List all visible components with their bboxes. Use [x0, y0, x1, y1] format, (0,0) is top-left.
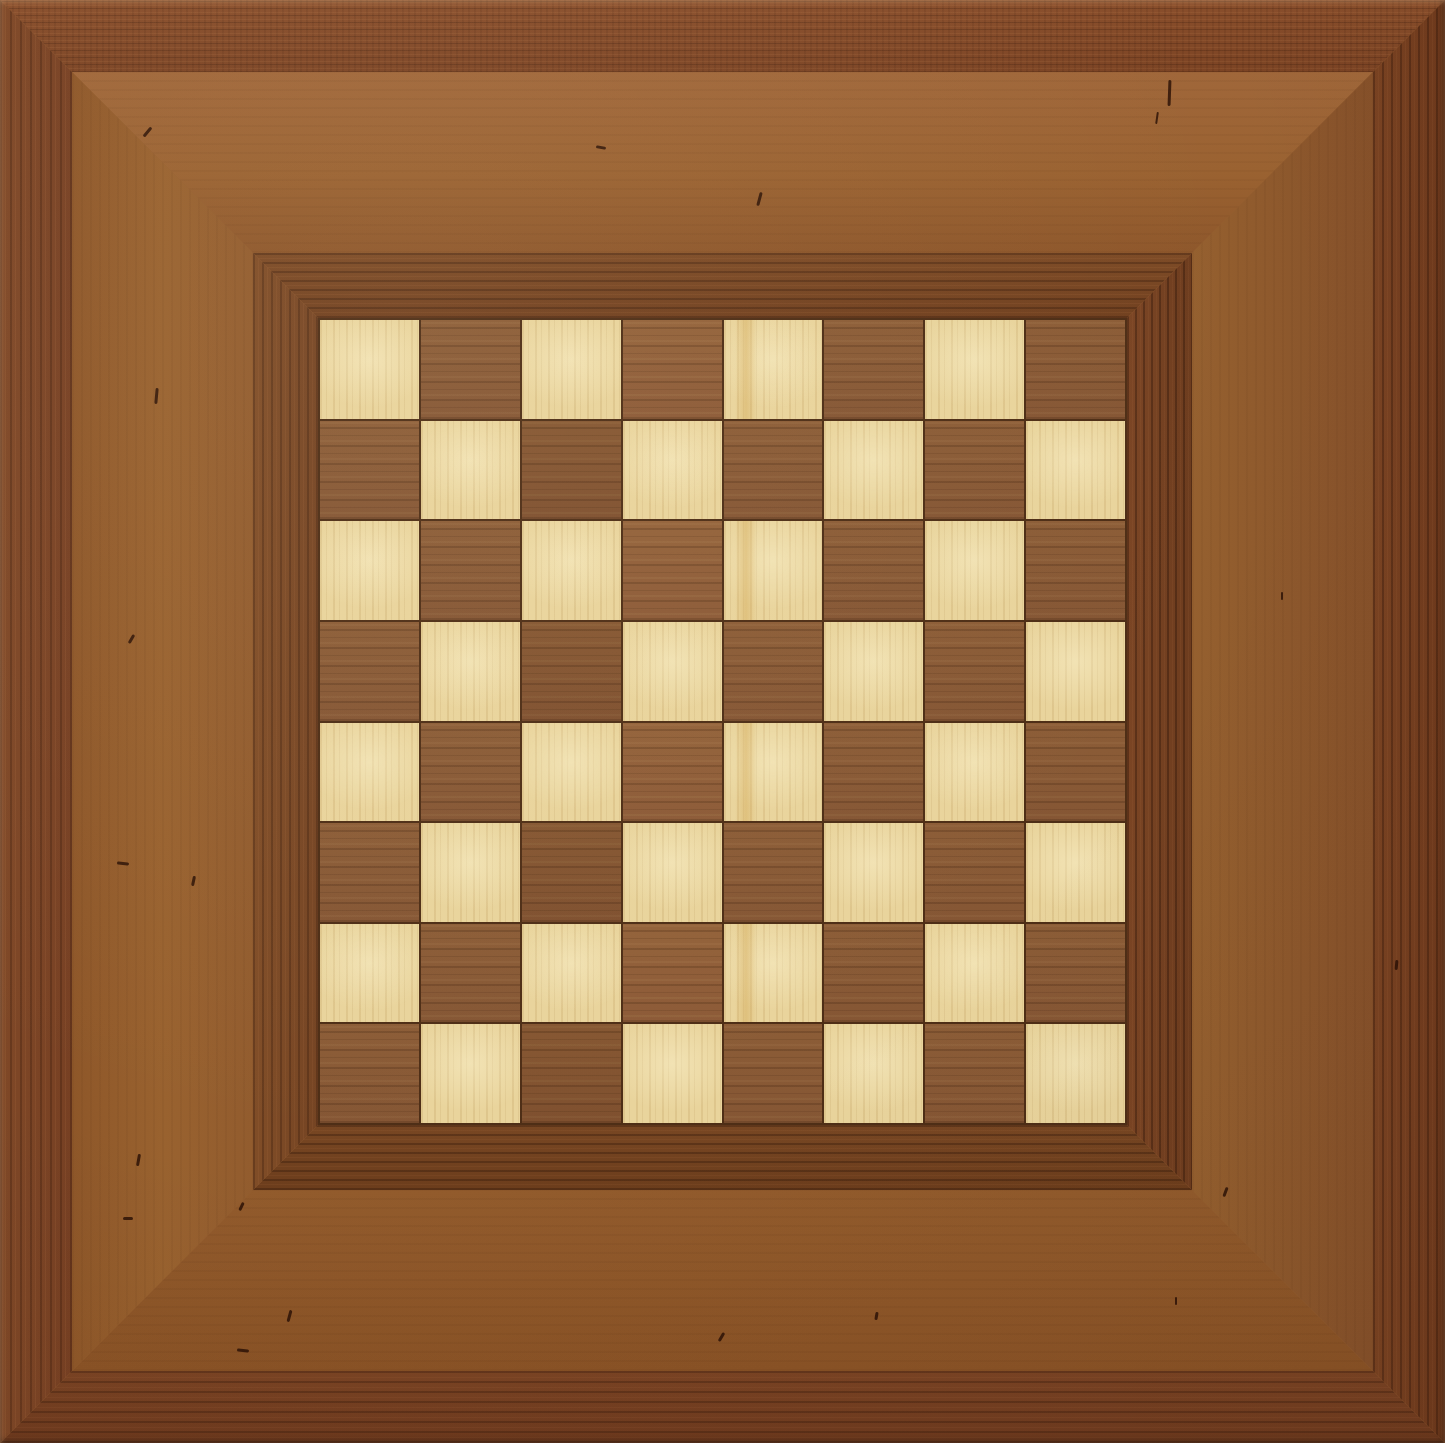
square-g1[interactable]: [925, 1024, 1024, 1123]
chessboard-grid: [318, 318, 1127, 1125]
square-c5[interactable]: [522, 622, 621, 721]
square-b8[interactable]: [421, 320, 520, 419]
square-b4[interactable]: [421, 723, 520, 822]
distress-mark: [123, 1217, 133, 1220]
square-h3[interactable]: [1026, 823, 1125, 922]
square-c4[interactable]: [522, 723, 621, 822]
square-b6[interactable]: [421, 521, 520, 620]
square-a4[interactable]: [320, 723, 419, 822]
square-g7[interactable]: [925, 421, 1024, 520]
square-d2[interactable]: [623, 924, 722, 1023]
square-h4[interactable]: [1026, 723, 1125, 822]
square-d6[interactable]: [623, 521, 722, 620]
middle-frame-bottom: [72, 1190, 1373, 1371]
square-d5[interactable]: [623, 622, 722, 721]
square-f4[interactable]: [824, 723, 923, 822]
square-a7[interactable]: [320, 421, 419, 520]
square-e2[interactable]: [724, 924, 823, 1023]
square-d3[interactable]: [623, 823, 722, 922]
square-d7[interactable]: [623, 421, 722, 520]
square-d1[interactable]: [623, 1024, 722, 1123]
square-g4[interactable]: [925, 723, 1024, 822]
inner-frame-left: [253, 253, 318, 1190]
inner-frame-bottom: [253, 1125, 1192, 1190]
square-a1[interactable]: [320, 1024, 419, 1123]
square-a3[interactable]: [320, 823, 419, 922]
square-b2[interactable]: [421, 924, 520, 1023]
square-e4[interactable]: [724, 723, 823, 822]
square-d8[interactable]: [623, 320, 722, 419]
outer-frame-right: [1373, 0, 1445, 1443]
square-h8[interactable]: [1026, 320, 1125, 419]
middle-frame-left: [72, 72, 253, 1371]
square-c2[interactable]: [522, 924, 621, 1023]
outer-frame-top: [0, 0, 1445, 72]
square-f7[interactable]: [824, 421, 923, 520]
square-e8[interactable]: [724, 320, 823, 419]
square-g3[interactable]: [925, 823, 1024, 922]
inner-frame-top: [253, 253, 1192, 318]
middle-frame-right: [1192, 72, 1373, 1371]
inner-frame-right: [1127, 253, 1192, 1190]
square-g2[interactable]: [925, 924, 1024, 1023]
square-b1[interactable]: [421, 1024, 520, 1123]
square-e5[interactable]: [724, 622, 823, 721]
square-f3[interactable]: [824, 823, 923, 922]
square-h1[interactable]: [1026, 1024, 1125, 1123]
square-b7[interactable]: [421, 421, 520, 520]
distress-mark: [1281, 592, 1283, 600]
square-g6[interactable]: [925, 521, 1024, 620]
square-c7[interactable]: [522, 421, 621, 520]
square-f5[interactable]: [824, 622, 923, 721]
square-e6[interactable]: [724, 521, 823, 620]
middle-frame-top: [72, 72, 1373, 253]
square-f1[interactable]: [824, 1024, 923, 1123]
square-a6[interactable]: [320, 521, 419, 620]
square-f2[interactable]: [824, 924, 923, 1023]
square-a8[interactable]: [320, 320, 419, 419]
square-b5[interactable]: [421, 622, 520, 721]
square-f8[interactable]: [824, 320, 923, 419]
square-a5[interactable]: [320, 622, 419, 721]
square-c3[interactable]: [522, 823, 621, 922]
square-a2[interactable]: [320, 924, 419, 1023]
distress-mark: [1175, 1297, 1177, 1305]
square-h7[interactable]: [1026, 421, 1125, 520]
square-f6[interactable]: [824, 521, 923, 620]
chessboard-photo: Overhead photo of an empty wooden chessb…: [0, 0, 1445, 1443]
square-g8[interactable]: [925, 320, 1024, 419]
square-b3[interactable]: [421, 823, 520, 922]
square-c8[interactable]: [522, 320, 621, 419]
square-e3[interactable]: [724, 823, 823, 922]
square-h2[interactable]: [1026, 924, 1125, 1023]
square-h5[interactable]: [1026, 622, 1125, 721]
square-c6[interactable]: [522, 521, 621, 620]
square-e7[interactable]: [724, 421, 823, 520]
square-d4[interactable]: [623, 723, 722, 822]
square-h6[interactable]: [1026, 521, 1125, 620]
square-e1[interactable]: [724, 1024, 823, 1123]
square-g5[interactable]: [925, 622, 1024, 721]
outer-frame-left: [0, 0, 72, 1443]
square-c1[interactable]: [522, 1024, 621, 1123]
outer-frame-bottom: [0, 1371, 1445, 1443]
